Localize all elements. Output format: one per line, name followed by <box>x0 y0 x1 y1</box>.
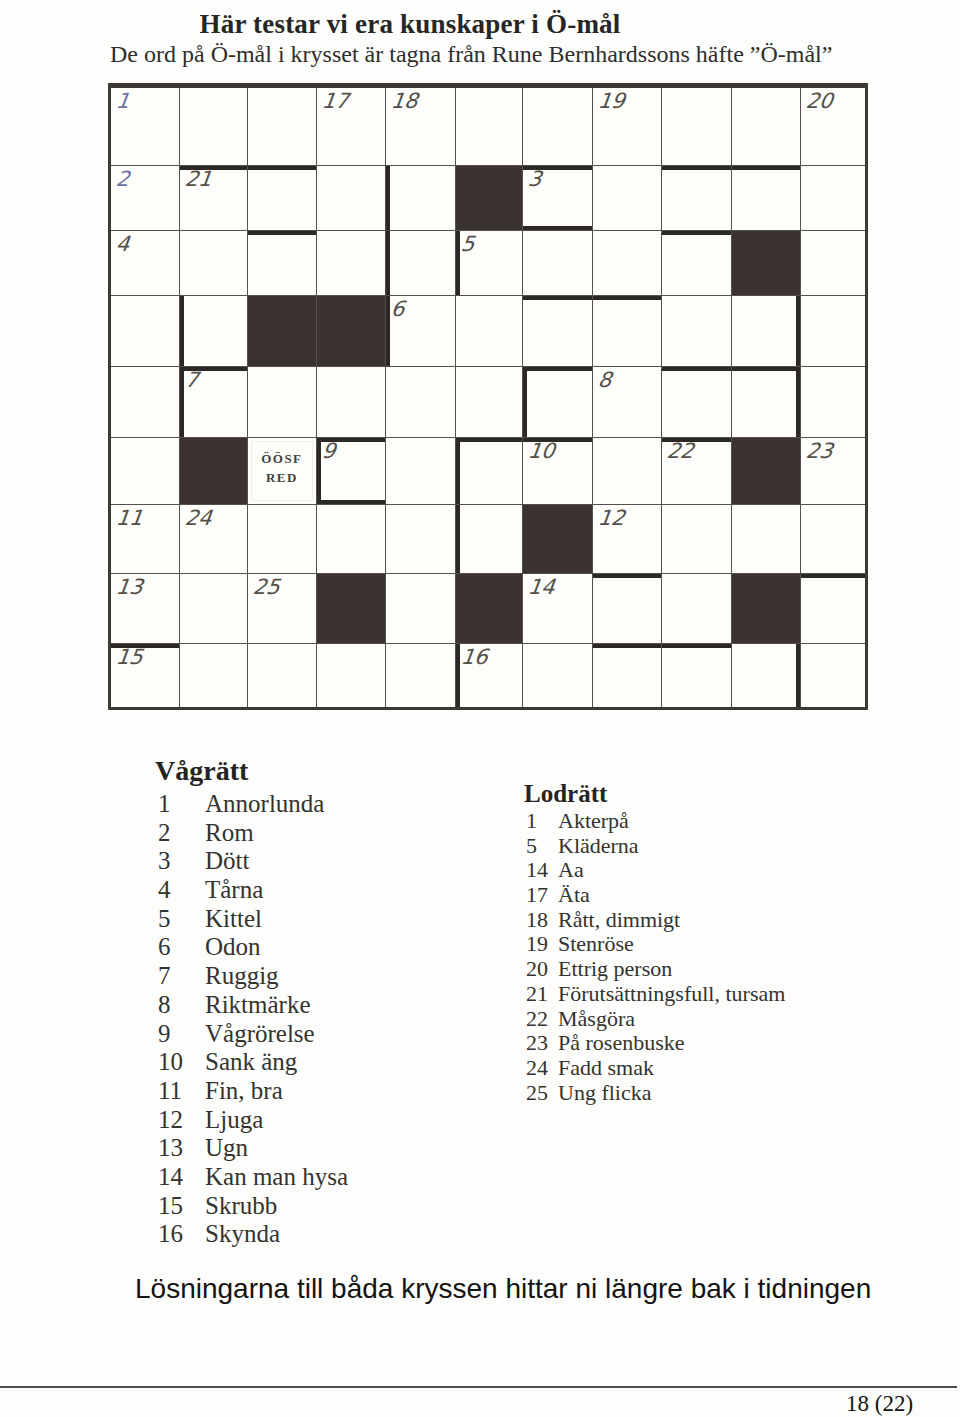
down-clue-23: 23På rosenbuske <box>526 1030 785 1055</box>
clue-text: Kittel <box>205 905 262 934</box>
clue-num: 1 <box>158 790 205 819</box>
clue-text: Riktmärke <box>205 991 311 1020</box>
across-clue-2: 2Rom <box>158 819 348 848</box>
down-clue-19: 19Stenröse <box>526 931 785 956</box>
page-title: Här testar vi era kunskaper i Ö-mål <box>0 9 820 40</box>
grid-cell-r3c11[interactable] <box>801 231 865 294</box>
grid-cell-r5c5[interactable] <box>386 367 455 437</box>
across-heading: Vågrätt <box>155 755 248 787</box>
blocked-cell-r6c10 <box>732 438 801 504</box>
clue-text: Odon <box>205 933 261 962</box>
clue-text: Dött <box>205 847 249 876</box>
clue-text: Vågrörelse <box>205 1020 315 1049</box>
clue-text: Ettrig person <box>558 956 672 981</box>
grid-cell-r3c6[interactable]: 5 <box>456 231 523 294</box>
blocked-cell-r8c6 <box>456 574 523 642</box>
clue-number-20: 20 <box>805 89 835 113</box>
clue-text: Tårna <box>205 876 263 905</box>
grid-cell-r7c4[interactable] <box>317 505 386 573</box>
clue-text: Akterpå <box>558 808 629 833</box>
grid-cell-r8c5[interactable] <box>386 574 455 642</box>
page-number: 18 (22) <box>846 1391 913 1417</box>
grid-cell-r8c9[interactable] <box>662 574 731 642</box>
clue-number-21: 21 <box>183 167 213 191</box>
grid-cell-r9c3[interactable] <box>248 644 316 707</box>
clue-number-12: 12 <box>596 506 626 530</box>
clue-num: 18 <box>526 907 558 932</box>
clue-number-16: 16 <box>459 645 489 669</box>
across-clue-1: 1Annorlunda <box>158 790 348 819</box>
across-clue-3: 3Dött <box>158 847 348 876</box>
clue-text: Fin, bra <box>205 1077 283 1106</box>
clue-number-14: 14 <box>527 575 557 599</box>
down-heading: Lodrätt <box>524 780 607 808</box>
grid-cell-r7c5[interactable] <box>386 505 455 573</box>
clue-text: Ljuga <box>205 1106 263 1135</box>
across-clue-13: 13Ugn <box>158 1134 348 1163</box>
clue-number-7: 7 <box>183 368 199 392</box>
clue-text: Måsgöra <box>558 1006 635 1031</box>
clue-text: Stenröse <box>558 931 634 956</box>
grid-cell-r6c4[interactable]: 9 <box>317 438 386 504</box>
grid-cell-r7c9[interactable] <box>662 505 731 573</box>
grid-cell-r8c8[interactable] <box>593 574 662 642</box>
grid-cell-r4c11[interactable] <box>801 296 865 366</box>
blocked-cell-r7c7 <box>523 505 592 573</box>
grid-cell-r6c9[interactable]: 22 <box>662 438 731 504</box>
clue-num: 4 <box>158 876 205 905</box>
grid-cell-r4c10[interactable] <box>732 296 801 366</box>
across-list: 1Annorlunda2Rom3Dött4Tårna5Kittel6Odon7R… <box>158 790 348 1249</box>
clue-num: 6 <box>158 933 205 962</box>
clue-text: Kan man hysa <box>205 1163 348 1192</box>
grid-cell-r9c9[interactable] <box>662 644 731 707</box>
grid-cell-r1c2[interactable] <box>180 88 248 165</box>
down-clue-20: 20Ettrig person <box>526 956 785 981</box>
clue-number-24: 24 <box>183 506 213 530</box>
across-clue-16: 16Skynda <box>158 1220 348 1249</box>
down-clue-17: 17Äta <box>526 882 785 907</box>
clue-text: Aa <box>558 857 584 882</box>
grid-cell-r1c6[interactable] <box>456 88 523 165</box>
grid-cell-r5c11[interactable] <box>801 367 865 437</box>
blocked-cell-r4c4 <box>317 296 386 366</box>
clue-text: På rosenbuske <box>558 1030 684 1055</box>
clue-num: 23 <box>526 1030 558 1055</box>
blocked-cell-r3c10 <box>732 231 801 294</box>
across-clue-6: 6Odon <box>158 933 348 962</box>
grid-cell-r7c11[interactable] <box>801 505 865 573</box>
down-clue-18: 18Rått, dimmigt <box>526 907 785 932</box>
solutions-note: Lösningarna till båda kryssen hittar ni … <box>135 1273 871 1305</box>
across-clue-11: 11Fin, bra <box>158 1077 348 1106</box>
clue-text: Annorlunda <box>205 790 324 819</box>
clue-num: 25 <box>526 1080 558 1105</box>
grid-cell-r2c5[interactable] <box>386 166 455 230</box>
clue-number-6: 6 <box>390 297 406 321</box>
grid-cell-r4c1[interactable] <box>111 296 179 366</box>
grid-cell-r7c6[interactable] <box>456 505 523 573</box>
clue-number-18: 18 <box>390 89 420 113</box>
clue-num: 2 <box>158 819 205 848</box>
clue-text: Ruggig <box>205 962 279 991</box>
grid-cell-r4c8[interactable] <box>593 296 662 366</box>
grid-cell-r6c5[interactable] <box>386 438 455 504</box>
clue-number-10: 10 <box>527 439 557 463</box>
clue-number-5: 5 <box>459 232 475 256</box>
grid-cell-r8c11[interactable] <box>801 574 865 642</box>
clue-number-3: 3 <box>527 167 543 191</box>
grid-cell-r8c2[interactable] <box>180 574 248 642</box>
grid-cell-r9c1[interactable]: 15 <box>111 644 179 707</box>
clue-number-25: 25 <box>252 575 282 599</box>
grid-cell-r2c8[interactable] <box>593 166 662 230</box>
clue-num: 17 <box>526 882 558 907</box>
grid-cell-r7c8[interactable]: 12 <box>593 505 662 573</box>
clue-num: 14 <box>158 1163 205 1192</box>
clue-text: Kläderna <box>558 833 639 858</box>
grid-cell-r1c11[interactable]: 20 <box>801 88 865 165</box>
clue-num: 19 <box>526 931 558 956</box>
clue-text: Fadd smak <box>558 1055 654 1080</box>
grid-cell-r3c3[interactable] <box>248 231 316 294</box>
clue-num: 1 <box>526 808 558 833</box>
grid-cell-r9c6[interactable]: 16 <box>456 644 523 707</box>
grid-cell-r4c5[interactable]: 6 <box>386 296 455 366</box>
clue-number-2: 2 <box>115 167 131 191</box>
clue-text: Skynda <box>205 1220 280 1249</box>
grid-cell-r4c7[interactable] <box>523 296 592 366</box>
grid-cell-r1c3[interactable] <box>248 88 316 165</box>
clue-text: Sank äng <box>205 1048 297 1077</box>
clue-number-22: 22 <box>666 439 696 463</box>
grid-cell-r2c10[interactable] <box>732 166 801 230</box>
grid-cell-r9c7[interactable] <box>523 644 592 707</box>
clue-number-4: 4 <box>115 232 131 256</box>
grid-cell-r5c8[interactable]: 8 <box>593 367 662 437</box>
clue-number-17: 17 <box>320 89 350 113</box>
clue-num: 11 <box>158 1077 205 1106</box>
down-list: 1Akterpå5Kläderna14Aa17Äta18Rått, dimmig… <box>526 808 785 1104</box>
down-clue-24: 24Fadd smak <box>526 1055 785 1080</box>
grid-cell-r2c1[interactable]: 2 <box>111 166 179 230</box>
clue-number-11: 11 <box>115 506 145 530</box>
grid-cell-r1c10[interactable] <box>732 88 801 165</box>
across-clue-5: 5Kittel <box>158 905 348 934</box>
clue-text: Förutsättningsfull, tursam <box>558 981 785 1006</box>
grid-cell-r9c10[interactable] <box>732 644 801 707</box>
across-clue-7: 7Ruggig <box>158 962 348 991</box>
down-clue-5: 5Kläderna <box>526 833 785 858</box>
grid-cell-r1c4[interactable]: 17 <box>317 88 386 165</box>
grid-cell-r4c2[interactable] <box>180 296 248 366</box>
blocked-cell-r6c2 <box>180 438 248 504</box>
grid-cell-r3c2[interactable] <box>180 231 248 294</box>
grid-cell-r5c7[interactable] <box>523 367 592 437</box>
grid-cell-r1c7[interactable] <box>523 88 592 165</box>
clue-number-1: 1 <box>115 89 131 113</box>
grid-cell-r6c8[interactable] <box>593 438 662 504</box>
across-clue-14: 14Kan man hysa <box>158 1163 348 1192</box>
grid-cell-r3c9[interactable] <box>662 231 731 294</box>
grid-cell-r2c11[interactable] <box>801 166 865 230</box>
grid-cell-r3c1[interactable]: 4 <box>111 231 179 294</box>
grid-cell-r6c6[interactable] <box>456 438 523 504</box>
grid-cell-r1c9[interactable] <box>662 88 731 165</box>
grid-cell-r9c2[interactable] <box>180 644 248 707</box>
grid-cell-r7c1[interactable]: 11 <box>111 505 179 573</box>
grid-cell-r6c3[interactable]: ÖÖSF RED <box>248 438 316 504</box>
down-clue-21: 21Förutsättningsfull, tursam <box>526 981 785 1006</box>
grid-cell-r9c8[interactable] <box>593 644 662 707</box>
grid-cell-r7c10[interactable] <box>732 505 801 573</box>
grid-cell-r9c11[interactable] <box>801 644 865 707</box>
blocked-cell-r2c6 <box>456 166 523 230</box>
blocked-cell-r8c10 <box>732 574 801 642</box>
clue-number-9: 9 <box>320 439 336 463</box>
clue-num: 15 <box>158 1192 205 1221</box>
down-clue-25: 25Ung flicka <box>526 1080 785 1105</box>
grid-cell-r7c2[interactable]: 24 <box>180 505 248 573</box>
crossword-grid: 117181920221345678ÖÖSF RED91022231124121… <box>108 83 868 710</box>
grid-cell-r5c6[interactable] <box>456 367 523 437</box>
clue-num: 7 <box>158 962 205 991</box>
page: Här testar vi era kunskaper i Ö-mål De o… <box>0 0 960 1417</box>
blocked-cell-r8c4 <box>317 574 386 642</box>
grid-cell-r5c9[interactable] <box>662 367 731 437</box>
grid-cell-r8c7[interactable]: 14 <box>523 574 592 642</box>
across-clue-4: 4Tårna <box>158 876 348 905</box>
grid-cell-r5c1[interactable] <box>111 367 179 437</box>
clue-num: 22 <box>526 1006 558 1031</box>
down-clue-14: 14Aa <box>526 857 785 882</box>
clue-text: Rom <box>205 819 254 848</box>
grid-cell-r3c5[interactable] <box>386 231 455 294</box>
grid-cell-r1c1[interactable]: 1 <box>111 88 179 165</box>
clue-num: 20 <box>526 956 558 981</box>
clue-num: 10 <box>158 1048 205 1077</box>
grid-cell-r7c3[interactable] <box>248 505 316 573</box>
grid-cell-r9c5[interactable] <box>386 644 455 707</box>
grid-cell-r6c11[interactable]: 23 <box>801 438 865 504</box>
grid-cell-r2c9[interactable] <box>662 166 731 230</box>
clue-text: Rått, dimmigt <box>558 907 680 932</box>
clue-text: Ugn <box>205 1134 248 1163</box>
grid-cell-r6c1[interactable] <box>111 438 179 504</box>
grid-cell-r4c6[interactable] <box>456 296 523 366</box>
across-clue-9: 9Vågrörelse <box>158 1020 348 1049</box>
grid-cell-r5c3[interactable] <box>248 367 316 437</box>
across-clue-10: 10Sank äng <box>158 1048 348 1077</box>
grid-cell-r3c8[interactable] <box>593 231 662 294</box>
grid-cell-r2c4[interactable] <box>317 166 386 230</box>
clue-number-15: 15 <box>115 645 145 669</box>
grid-cell-r5c4[interactable] <box>317 367 386 437</box>
clue-num: 24 <box>526 1055 558 1080</box>
clue-num: 14 <box>526 857 558 882</box>
grid-cell-r8c3[interactable]: 25 <box>248 574 316 642</box>
clue-num: 13 <box>158 1134 205 1163</box>
clue-num: 5 <box>158 905 205 934</box>
clue-number-19: 19 <box>596 89 626 113</box>
clue-num: 16 <box>158 1220 205 1249</box>
grid-cell-r3c4[interactable] <box>317 231 386 294</box>
clue-num: 5 <box>526 833 558 858</box>
grid-cell-r5c2[interactable]: 7 <box>180 367 248 437</box>
clue-text: Skrubb <box>205 1192 277 1221</box>
grid-cell-r4c9[interactable] <box>662 296 731 366</box>
oosf-red-label: ÖÖSF RED <box>251 441 313 501</box>
grid-cell-r1c8[interactable]: 19 <box>593 88 662 165</box>
grid-cell-r2c7[interactable]: 3 <box>523 166 592 230</box>
clue-num: 9 <box>158 1020 205 1049</box>
grid-cell-r2c3[interactable] <box>248 166 316 230</box>
grid-cell-r6c7[interactable]: 10 <box>523 438 592 504</box>
down-clue-22: 22Måsgöra <box>526 1006 785 1031</box>
clue-number-23: 23 <box>805 439 835 463</box>
grid-cell-r9c4[interactable] <box>317 644 386 707</box>
across-clue-8: 8Riktmärke <box>158 991 348 1020</box>
grid-cell-r1c5[interactable]: 18 <box>386 88 455 165</box>
clue-num: 8 <box>158 991 205 1020</box>
grid-cell-r2c2[interactable]: 21 <box>180 166 248 230</box>
grid-cell-r3c7[interactable] <box>523 231 592 294</box>
clue-text: Ung flicka <box>558 1080 651 1105</box>
across-clue-12: 12Ljuga <box>158 1106 348 1135</box>
page-subtitle: De ord på Ö-mål i krysset är tagna från … <box>110 41 832 68</box>
clue-number-8: 8 <box>596 368 612 392</box>
clue-num: 12 <box>158 1106 205 1135</box>
blocked-cell-r4c3 <box>248 296 316 366</box>
grid-cell-r5c10[interactable] <box>732 367 801 437</box>
across-clue-15: 15Skrubb <box>158 1192 348 1221</box>
down-clue-1: 1Akterpå <box>526 808 785 833</box>
footer-rule <box>0 1386 957 1388</box>
clue-num: 21 <box>526 981 558 1006</box>
clue-text: Äta <box>558 882 590 907</box>
clue-number-13: 13 <box>115 575 145 599</box>
grid-cell-r8c1[interactable]: 13 <box>111 574 179 642</box>
clue-num: 3 <box>158 847 205 876</box>
